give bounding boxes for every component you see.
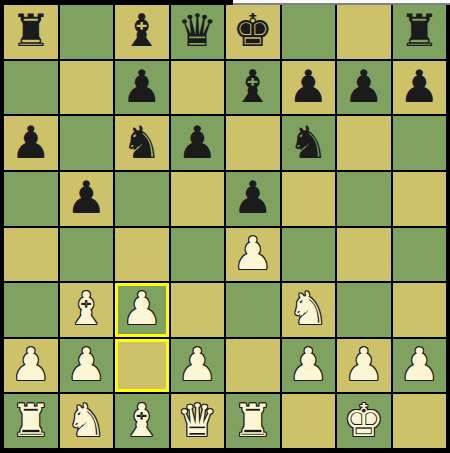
square-f6[interactable]: ♞ [282,116,336,170]
square-a4[interactable] [4,228,58,282]
black-rook[interactable]: ♜ [11,8,51,53]
square-d6[interactable]: ♟ [171,116,225,170]
square-e3[interactable] [226,283,280,337]
black-pawn[interactable]: ♟ [288,64,328,109]
white-pawn[interactable]: ♟ [66,342,106,387]
black-pawn[interactable]: ♟ [344,64,384,109]
white-pawn[interactable]: ♟ [399,342,439,387]
square-e5[interactable]: ♟ [226,172,280,226]
square-f3[interactable]: ♞ [282,283,336,337]
black-king[interactable]: ♚ [233,8,273,53]
square-c7[interactable]: ♟ [115,61,169,115]
square-c8[interactable]: ♝ [115,5,169,59]
square-a5[interactable] [4,172,58,226]
white-queen[interactable]: ♛ [177,398,217,443]
square-a6[interactable]: ♟ [4,116,58,170]
square-d3[interactable] [171,283,225,337]
square-h3[interactable] [393,283,447,337]
white-pawn[interactable]: ♟ [177,342,217,387]
white-rook[interactable]: ♜ [233,398,273,443]
white-king[interactable]: ♚ [344,398,384,443]
square-h5[interactable] [393,172,447,226]
square-f8[interactable] [282,5,336,59]
square-b5[interactable]: ♟ [60,172,114,226]
square-d7[interactable] [171,61,225,115]
square-f1[interactable] [282,394,336,448]
square-c4[interactable] [115,228,169,282]
black-knight[interactable]: ♞ [122,120,162,165]
square-b2[interactable]: ♟ [60,339,114,393]
square-b6[interactable] [60,116,114,170]
black-queen[interactable]: ♛ [177,8,217,53]
chess-board: ♜♝♛♚♜♟♝♟♟♟♟♞♟♞♟♟♟♝♟♞♟♟♟♟♟♟♜♞♝♛♜♚ [0,0,450,453]
square-d8[interactable]: ♛ [171,5,225,59]
white-bishop[interactable]: ♝ [122,398,162,443]
square-g6[interactable] [337,116,391,170]
window-edge-overlay [233,0,450,5]
black-pawn[interactable]: ♟ [122,64,162,109]
square-d1[interactable]: ♛ [171,394,225,448]
square-h7[interactable]: ♟ [393,61,447,115]
square-d5[interactable] [171,172,225,226]
white-pawn[interactable]: ♟ [233,231,273,276]
square-h6[interactable] [393,116,447,170]
white-pawn[interactable]: ♟ [11,342,51,387]
black-pawn[interactable]: ♟ [399,64,439,109]
square-g8[interactable] [337,5,391,59]
square-c5[interactable] [115,172,169,226]
square-b1[interactable]: ♞ [60,394,114,448]
black-bishop[interactable]: ♝ [233,64,273,109]
square-d2[interactable]: ♟ [171,339,225,393]
white-knight[interactable]: ♞ [288,286,328,331]
square-c1[interactable]: ♝ [115,394,169,448]
square-h2[interactable]: ♟ [393,339,447,393]
square-c6[interactable]: ♞ [115,116,169,170]
square-b8[interactable] [60,5,114,59]
white-knight[interactable]: ♞ [66,398,106,443]
black-pawn[interactable]: ♟ [233,175,273,220]
square-g1[interactable]: ♚ [337,394,391,448]
square-f2[interactable]: ♟ [282,339,336,393]
square-b3[interactable]: ♝ [60,283,114,337]
square-e6[interactable] [226,116,280,170]
square-e2[interactable] [226,339,280,393]
white-pawn[interactable]: ♟ [344,342,384,387]
square-h4[interactable] [393,228,447,282]
black-pawn[interactable]: ♟ [66,175,106,220]
square-a1[interactable]: ♜ [4,394,58,448]
square-g5[interactable] [337,172,391,226]
square-a3[interactable] [4,283,58,337]
square-g3[interactable] [337,283,391,337]
square-g7[interactable]: ♟ [337,61,391,115]
square-h8[interactable]: ♜ [393,5,447,59]
black-pawn[interactable]: ♟ [177,120,217,165]
square-c3[interactable]: ♟ [115,283,169,337]
square-e8[interactable]: ♚ [226,5,280,59]
square-g4[interactable] [337,228,391,282]
white-pawn[interactable]: ♟ [122,286,162,331]
square-f7[interactable]: ♟ [282,61,336,115]
black-knight[interactable]: ♞ [288,120,328,165]
square-e4[interactable]: ♟ [226,228,280,282]
white-pawn[interactable]: ♟ [288,342,328,387]
black-pawn[interactable]: ♟ [11,120,51,165]
square-f4[interactable] [282,228,336,282]
square-g2[interactable]: ♟ [337,339,391,393]
square-a7[interactable] [4,61,58,115]
square-e1[interactable]: ♜ [226,394,280,448]
square-h1[interactable] [393,394,447,448]
white-bishop[interactable]: ♝ [66,286,106,331]
square-a2[interactable]: ♟ [4,339,58,393]
square-b4[interactable] [60,228,114,282]
square-a8[interactable]: ♜ [4,5,58,59]
chess-app: ♜♝♛♚♜♟♝♟♟♟♟♞♟♞♟♟♟♝♟♞♟♟♟♟♟♟♜♞♝♛♜♚ [0,0,450,453]
square-d4[interactable] [171,228,225,282]
white-rook[interactable]: ♜ [11,398,51,443]
square-e7[interactable]: ♝ [226,61,280,115]
black-rook[interactable]: ♜ [399,8,439,53]
square-c2[interactable] [115,339,169,393]
square-b7[interactable] [60,61,114,115]
square-f5[interactable] [282,172,336,226]
black-bishop[interactable]: ♝ [122,8,162,53]
